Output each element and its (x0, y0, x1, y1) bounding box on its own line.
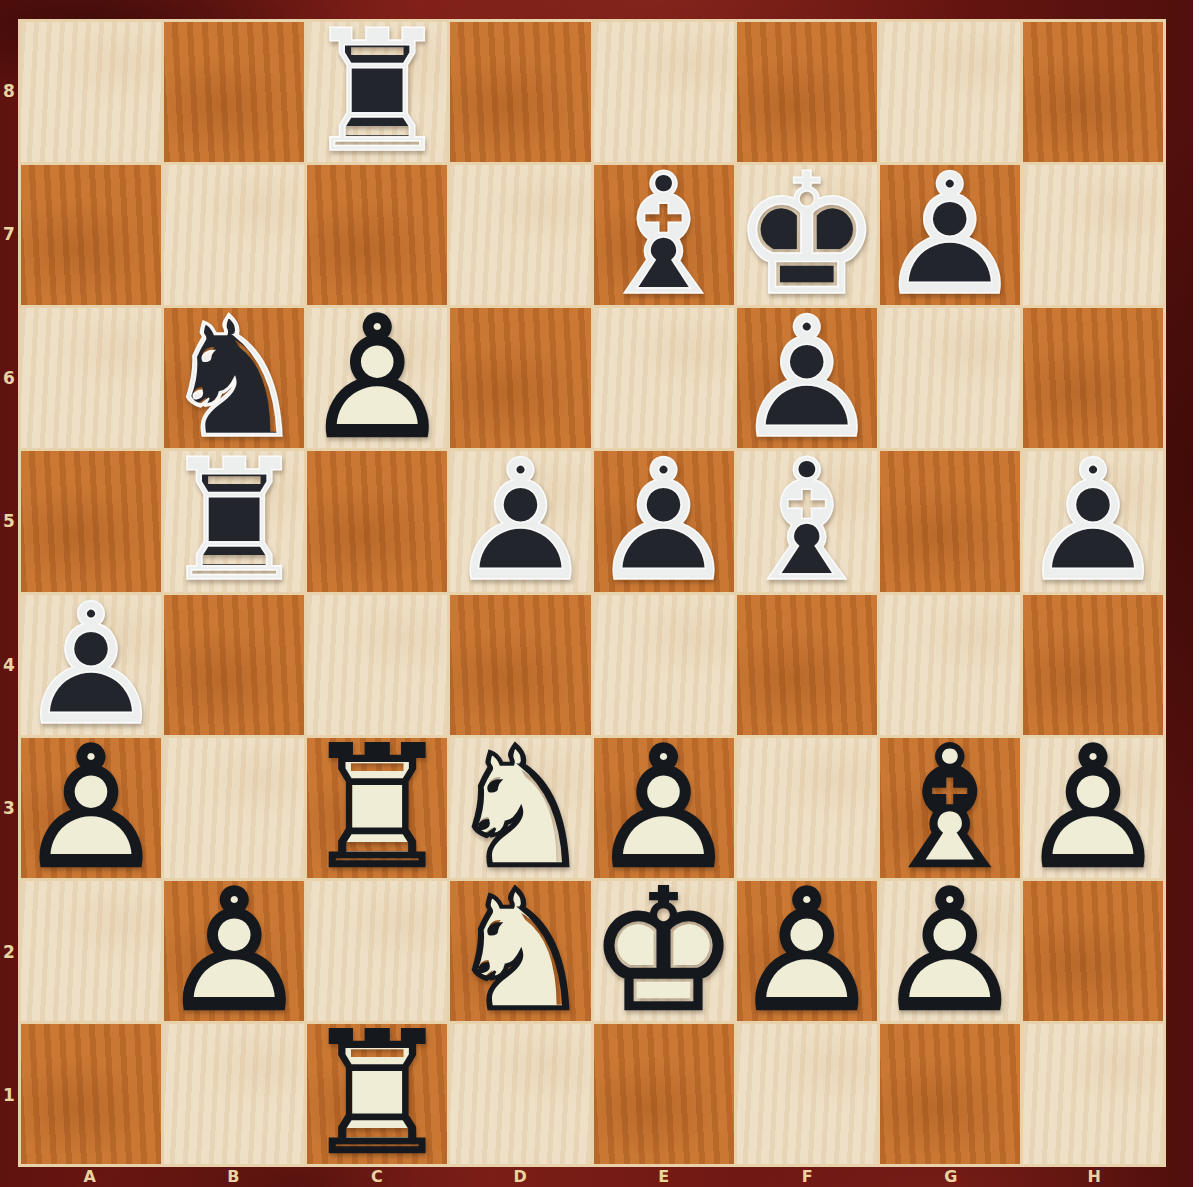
black-pawn-h5[interactable]: ♟♙ (1023, 451, 1163, 591)
square-b3[interactable] (164, 738, 304, 878)
piece-fill-glyph: ♜ (307, 738, 447, 878)
square-b8[interactable] (164, 22, 304, 162)
file-label-h: H (1023, 1167, 1167, 1187)
piece-outline-glyph: ♔ (737, 165, 877, 305)
square-g8[interactable] (880, 22, 1020, 162)
square-c3[interactable]: ♜♖ (307, 738, 447, 878)
square-h1[interactable] (1023, 1024, 1163, 1164)
square-h8[interactable] (1023, 22, 1163, 162)
rank-label-1: 1 (0, 1024, 18, 1168)
piece-outline-glyph: ♙ (594, 738, 734, 878)
square-c5[interactable] (307, 451, 447, 591)
square-d4[interactable] (450, 595, 590, 735)
piece-outline-glyph: ♙ (307, 308, 447, 448)
white-rook-c1[interactable]: ♜♖ (307, 1024, 447, 1164)
square-e3[interactable]: ♟♙ (594, 738, 734, 878)
square-g7[interactable]: ♟♙ (880, 165, 1020, 305)
file-label-b: B (162, 1167, 306, 1187)
piece-outline-glyph: ♙ (450, 451, 590, 591)
square-b2[interactable]: ♟♙ (164, 881, 304, 1021)
piece-fill-glyph: ♟ (450, 451, 590, 591)
square-a7[interactable] (21, 165, 161, 305)
rank-label-6: 6 (0, 306, 18, 450)
black-pawn-a4[interactable]: ♟♙ (21, 595, 161, 735)
square-b1[interactable] (164, 1024, 304, 1164)
piece-outline-glyph: ♙ (880, 881, 1020, 1021)
square-b5[interactable]: ♜♖ (164, 451, 304, 591)
square-d6[interactable] (450, 308, 590, 448)
piece-outline-glyph: ♘ (164, 308, 304, 448)
square-c8[interactable]: ♜♖ (307, 22, 447, 162)
file-label-d: D (449, 1167, 593, 1187)
black-king-f7[interactable]: ♚♔ (737, 165, 877, 305)
rank-label-2: 2 (0, 880, 18, 1024)
square-e7[interactable]: ♝♗ (594, 165, 734, 305)
white-knight-d2[interactable]: ♞♘ (450, 881, 590, 1021)
rank-label-4: 4 (0, 593, 18, 737)
square-a4[interactable]: ♟♙ (21, 595, 161, 735)
square-e1[interactable] (594, 1024, 734, 1164)
chessboard-page: 87654321 ABCDEFGH ♜♖♝♗♚♔♟♙♞♘♟♙♟♙♜♖♟♙♟♙♝♗… (0, 0, 1200, 1187)
piece-outline-glyph: ♘ (450, 881, 590, 1021)
piece-outline-glyph: ♙ (1023, 738, 1163, 878)
square-f7[interactable]: ♚♔ (737, 165, 877, 305)
rank-label-5: 5 (0, 450, 18, 594)
piece-outline-glyph: ♙ (594, 451, 734, 591)
black-bishop-e7[interactable]: ♝♗ (594, 165, 734, 305)
square-b6[interactable]: ♞♘ (164, 308, 304, 448)
rank-label-7: 7 (0, 163, 18, 307)
square-h2[interactable] (1023, 881, 1163, 1021)
piece-outline-glyph: ♖ (307, 22, 447, 162)
piece-fill-glyph: ♜ (307, 1024, 447, 1164)
piece-fill-glyph: ♟ (594, 738, 734, 878)
rank-label-8: 8 (0, 19, 18, 163)
piece-outline-glyph: ♘ (450, 738, 590, 878)
square-h3[interactable]: ♟♙ (1023, 738, 1163, 878)
piece-outline-glyph: ♖ (307, 738, 447, 878)
square-c1[interactable]: ♜♖ (307, 1024, 447, 1164)
piece-fill-glyph: ♟ (1023, 738, 1163, 878)
black-pawn-g7[interactable]: ♟♙ (880, 165, 1020, 305)
white-knight-d3[interactable]: ♞♘ (450, 738, 590, 878)
file-label-c: C (305, 1167, 449, 1187)
page-edge-strip (1193, 0, 1200, 1187)
square-d8[interactable] (450, 22, 590, 162)
white-rook-c3[interactable]: ♜♖ (307, 738, 447, 878)
square-d1[interactable] (450, 1024, 590, 1164)
square-c4[interactable] (307, 595, 447, 735)
square-d3[interactable]: ♞♘ (450, 738, 590, 878)
square-g2[interactable]: ♟♙ (880, 881, 1020, 1021)
white-bishop-g3[interactable]: ♝♗ (880, 738, 1020, 878)
piece-fill-glyph: ♟ (307, 308, 447, 448)
piece-fill-glyph: ♟ (737, 308, 877, 448)
square-c6[interactable]: ♟♙ (307, 308, 447, 448)
rank-label-3: 3 (0, 737, 18, 881)
piece-outline-glyph: ♙ (21, 595, 161, 735)
file-label-g: G (879, 1167, 1023, 1187)
square-g5[interactable] (880, 451, 1020, 591)
piece-fill-glyph: ♜ (307, 22, 447, 162)
piece-outline-glyph: ♙ (880, 165, 1020, 305)
square-a5[interactable] (21, 451, 161, 591)
square-e4[interactable] (594, 595, 734, 735)
piece-outline-glyph: ♙ (164, 881, 304, 1021)
rank-labels: 87654321 (0, 19, 18, 1167)
square-h4[interactable] (1023, 595, 1163, 735)
piece-fill-glyph: ♟ (1023, 451, 1163, 591)
square-a6[interactable] (21, 308, 161, 448)
piece-outline-glyph: ♗ (594, 165, 734, 305)
piece-fill-glyph: ♟ (880, 165, 1020, 305)
white-pawn-e3[interactable]: ♟♙ (594, 738, 734, 878)
square-a1[interactable] (21, 1024, 161, 1164)
file-label-f: F (736, 1167, 880, 1187)
piece-outline-glyph: ♔ (594, 881, 734, 1021)
white-pawn-a3[interactable]: ♟♙ (21, 738, 161, 878)
square-f2[interactable]: ♟♙ (737, 881, 877, 1021)
piece-fill-glyph: ♞ (164, 308, 304, 448)
piece-fill-glyph: ♟ (21, 595, 161, 735)
square-b7[interactable] (164, 165, 304, 305)
black-pawn-f6[interactable]: ♟♙ (737, 308, 877, 448)
square-h5[interactable]: ♟♙ (1023, 451, 1163, 591)
piece-outline-glyph: ♙ (737, 308, 877, 448)
black-rook-b5[interactable]: ♜♖ (164, 451, 304, 591)
square-b4[interactable] (164, 595, 304, 735)
square-e2[interactable]: ♚♔ (594, 881, 734, 1021)
white-pawn-h3[interactable]: ♟♙ (1023, 738, 1163, 878)
white-king-e2[interactable]: ♚♔ (594, 881, 734, 1021)
piece-outline-glyph: ♖ (307, 1024, 447, 1164)
black-pawn-e5[interactable]: ♟♙ (594, 451, 734, 591)
piece-fill-glyph: ♞ (450, 738, 590, 878)
piece-fill-glyph: ♚ (737, 165, 877, 305)
square-f3[interactable] (737, 738, 877, 878)
square-d5[interactable]: ♟♙ (450, 451, 590, 591)
square-d7[interactable] (450, 165, 590, 305)
piece-fill-glyph: ♟ (594, 451, 734, 591)
board-grid: ♜♖♝♗♚♔♟♙♞♘♟♙♟♙♜♖♟♙♟♙♝♗♟♙♟♙♟♙♜♖♞♘♟♙♝♗♟♙♟♙… (18, 19, 1166, 1167)
square-g6[interactable] (880, 308, 1020, 448)
white-pawn-g2[interactable]: ♟♙ (880, 881, 1020, 1021)
piece-fill-glyph: ♟ (21, 738, 161, 878)
piece-fill-glyph: ♝ (880, 738, 1020, 878)
piece-fill-glyph: ♚ (594, 881, 734, 1021)
square-c7[interactable] (307, 165, 447, 305)
white-pawn-f2[interactable]: ♟♙ (737, 881, 877, 1021)
white-pawn-c6[interactable]: ♟♙ (307, 308, 447, 448)
piece-outline-glyph: ♙ (1023, 451, 1163, 591)
square-f1[interactable] (737, 1024, 877, 1164)
file-labels: ABCDEFGH (18, 1167, 1166, 1187)
square-d2[interactable]: ♞♘ (450, 881, 590, 1021)
piece-fill-glyph: ♝ (737, 451, 877, 591)
square-f8[interactable] (737, 22, 877, 162)
square-g1[interactable] (880, 1024, 1020, 1164)
square-a3[interactable]: ♟♙ (21, 738, 161, 878)
square-h7[interactable] (1023, 165, 1163, 305)
square-e5[interactable]: ♟♙ (594, 451, 734, 591)
square-g4[interactable] (880, 595, 1020, 735)
piece-outline-glyph: ♙ (21, 738, 161, 878)
black-knight-b6[interactable]: ♞♘ (164, 308, 304, 448)
piece-fill-glyph: ♞ (450, 881, 590, 1021)
square-a2[interactable] (21, 881, 161, 1021)
square-c2[interactable] (307, 881, 447, 1021)
square-e6[interactable] (594, 308, 734, 448)
piece-outline-glyph: ♗ (737, 451, 877, 591)
piece-fill-glyph: ♟ (737, 881, 877, 1021)
piece-outline-glyph: ♙ (737, 881, 877, 1021)
square-f6[interactable]: ♟♙ (737, 308, 877, 448)
piece-fill-glyph: ♟ (880, 881, 1020, 1021)
piece-outline-glyph: ♖ (164, 451, 304, 591)
piece-fill-glyph: ♟ (164, 881, 304, 1021)
black-rook-c8[interactable]: ♜♖ (307, 22, 447, 162)
square-f4[interactable] (737, 595, 877, 735)
white-pawn-b2[interactable]: ♟♙ (164, 881, 304, 1021)
square-h6[interactable] (1023, 308, 1163, 448)
square-f5[interactable]: ♝♗ (737, 451, 877, 591)
square-e8[interactable] (594, 22, 734, 162)
piece-fill-glyph: ♝ (594, 165, 734, 305)
piece-fill-glyph: ♜ (164, 451, 304, 591)
square-g3[interactable]: ♝♗ (880, 738, 1020, 878)
black-pawn-d5[interactable]: ♟♙ (450, 451, 590, 591)
black-bishop-f5[interactable]: ♝♗ (737, 451, 877, 591)
file-label-a: A (18, 1167, 162, 1187)
file-label-e: E (592, 1167, 736, 1187)
piece-outline-glyph: ♗ (880, 738, 1020, 878)
square-a8[interactable] (21, 22, 161, 162)
